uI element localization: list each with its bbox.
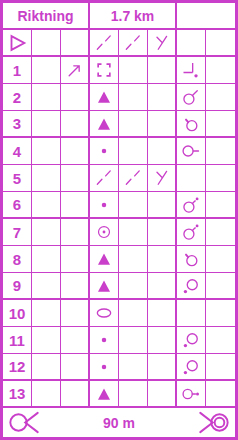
- empty-cell: [206, 57, 235, 83]
- control-number: 12: [3, 354, 32, 379]
- empty-cell: [32, 381, 61, 406]
- control-number: 10: [3, 300, 32, 326]
- empty-cell: [148, 381, 177, 406]
- empty-cell: [206, 300, 235, 326]
- path-icon: [90, 165, 119, 191]
- last-control-funnel-icon: [6, 410, 56, 435]
- empty-cell: [32, 327, 61, 353]
- control-number: 3: [3, 111, 32, 136]
- circle-tick-nw-icon: [177, 246, 206, 272]
- control-description-sheet: Riktning 1.7 km 12345678910111213 90 m: [0, 0, 238, 440]
- boulder-icon: [90, 111, 119, 136]
- control-row-12: 12: [3, 354, 235, 381]
- empty-cell: [61, 219, 90, 245]
- control-number: 7: [3, 219, 32, 245]
- funnel-finish-icon: [182, 410, 232, 435]
- empty-cell: [61, 138, 90, 164]
- control-number: 6: [3, 192, 32, 217]
- empty-cell: [206, 30, 235, 55]
- empty-cell: [119, 327, 148, 353]
- ruin-icon: [90, 57, 119, 83]
- boulder-icon: [90, 381, 119, 406]
- junction-icon: [148, 165, 177, 191]
- empty-cell: [148, 192, 177, 217]
- header-empty-section: [177, 3, 235, 28]
- empty-cell: [32, 57, 61, 83]
- empty-cell: [61, 84, 90, 110]
- empty-cell: [32, 219, 61, 245]
- empty-cell: [206, 192, 235, 217]
- circle-tail-ne-icon: [177, 84, 206, 110]
- circle-tail-ne-dot-icon: [177, 219, 206, 245]
- control-row-4: 4: [3, 138, 235, 165]
- empty-cell: [61, 246, 90, 272]
- small-dot-icon: [90, 138, 119, 164]
- empty-cell: [148, 273, 177, 298]
- control-row-10: 10: [3, 300, 235, 327]
- empty-cell: [206, 84, 235, 110]
- control-rows: 12345678910111213: [3, 30, 235, 408]
- empty-cell: [32, 138, 61, 164]
- control-number: 1: [3, 57, 32, 83]
- empty-cell: [61, 354, 90, 379]
- empty-cell: [32, 273, 61, 298]
- empty-cell: [61, 273, 90, 298]
- empty-cell: [119, 381, 148, 406]
- control-row-8: 8: [3, 246, 235, 273]
- control-row-1: 1: [3, 57, 235, 84]
- control-row-9: 9: [3, 273, 235, 300]
- empty-cell: [32, 30, 61, 55]
- control-number: 9: [3, 273, 32, 298]
- empty-cell: [119, 138, 148, 164]
- empty-cell: [148, 57, 177, 83]
- arrow-ne-icon: [61, 57, 90, 83]
- control-number: 13: [3, 381, 32, 406]
- finish-distance: 90 m: [103, 415, 135, 431]
- empty-cell: [148, 219, 177, 245]
- empty-cell: [61, 165, 90, 191]
- circle-dot-sw-icon: [177, 327, 206, 353]
- empty-cell: [32, 165, 61, 191]
- finish-row: 90 m: [3, 408, 235, 437]
- circle-tail-e-dot-icon: [177, 381, 206, 406]
- empty-cell: [61, 192, 90, 217]
- empty-cell: [32, 192, 61, 217]
- empty-cell: [61, 300, 90, 326]
- empty-cell: [206, 273, 235, 298]
- empty-cell: [119, 300, 148, 326]
- corner-dot-icon: [177, 57, 206, 83]
- control-row-13: 13: [3, 381, 235, 408]
- control-row-2: 2: [3, 84, 235, 111]
- empty-cell: [206, 138, 235, 164]
- start-icon: [3, 30, 32, 55]
- empty-cell: [206, 246, 235, 272]
- junction-icon: [148, 30, 177, 55]
- empty-cell: [177, 165, 206, 191]
- empty-cell: [119, 354, 148, 379]
- path-icon: [119, 165, 148, 191]
- empty-cell: [61, 111, 90, 136]
- oval-icon: [90, 300, 119, 326]
- path-icon: [119, 30, 148, 55]
- empty-cell: [148, 354, 177, 379]
- control-row-5: 5: [3, 165, 235, 192]
- circle-tail-e-icon: [177, 138, 206, 164]
- empty-cell: [61, 30, 90, 55]
- control-row-6: 6: [3, 192, 235, 219]
- small-dot-icon: [90, 354, 119, 379]
- empty-cell: [61, 381, 90, 406]
- empty-cell: [32, 111, 61, 136]
- empty-cell: [148, 246, 177, 272]
- small-dot-icon: [90, 327, 119, 353]
- circle-dot-icon: [90, 219, 119, 245]
- boulder-icon: [90, 84, 119, 110]
- empty-cell: [32, 84, 61, 110]
- empty-cell: [148, 327, 177, 353]
- circle-dot-sw-icon: [177, 273, 206, 298]
- empty-cell: [119, 111, 148, 136]
- empty-cell: [206, 381, 235, 406]
- path-icon: [90, 30, 119, 55]
- empty-cell: [206, 219, 235, 245]
- empty-cell: [206, 354, 235, 379]
- empty-cell: [206, 327, 235, 353]
- empty-cell: [206, 111, 235, 136]
- empty-cell: [206, 165, 235, 191]
- circle-tick-nw-icon: [177, 111, 206, 136]
- control-row-3: 3: [3, 111, 235, 138]
- control-number: 11: [3, 327, 32, 353]
- control-number: 8: [3, 246, 32, 272]
- empty-cell: [177, 30, 206, 55]
- empty-cell: [119, 219, 148, 245]
- header-row: Riktning 1.7 km: [3, 3, 235, 30]
- empty-cell: [119, 57, 148, 83]
- boulder-icon: [90, 273, 119, 298]
- empty-cell: [119, 192, 148, 217]
- control-number: 4: [3, 138, 32, 164]
- start-row: [3, 30, 235, 57]
- empty-cell: [148, 300, 177, 326]
- empty-cell: [148, 111, 177, 136]
- empty-cell: [177, 300, 206, 326]
- course-length: 1.7 km: [90, 3, 177, 28]
- empty-cell: [32, 246, 61, 272]
- empty-cell: [119, 246, 148, 272]
- boulder-icon: [90, 246, 119, 272]
- empty-cell: [148, 84, 177, 110]
- control-number: 5: [3, 165, 32, 191]
- empty-cell: [32, 354, 61, 379]
- empty-cell: [61, 327, 90, 353]
- control-row-7: 7: [3, 219, 235, 246]
- small-dot-icon: [90, 192, 119, 217]
- control-number: 2: [3, 84, 32, 110]
- circle-dot-sw-icon: [177, 354, 206, 379]
- empty-cell: [119, 84, 148, 110]
- empty-cell: [119, 273, 148, 298]
- empty-cell: [32, 300, 61, 326]
- control-row-11: 11: [3, 327, 235, 354]
- direction-header: Riktning: [3, 3, 90, 28]
- circle-tail-ne-dot-icon: [177, 192, 206, 217]
- empty-cell: [148, 138, 177, 164]
